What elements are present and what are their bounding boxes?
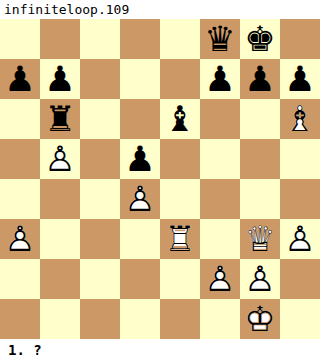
square-d2[interactable] <box>120 259 160 299</box>
piece-black-rook: ♜ <box>40 99 80 139</box>
square-g8[interactable]: ♚ <box>240 19 280 59</box>
square-h3[interactable]: ♟♙ <box>280 219 320 259</box>
square-b8[interactable] <box>40 19 80 59</box>
square-h2[interactable] <box>280 259 320 299</box>
square-b3[interactable] <box>40 219 80 259</box>
square-d3[interactable] <box>120 219 160 259</box>
square-a5[interactable] <box>0 139 40 179</box>
white-piece-outline-layer: ♔ <box>240 299 280 339</box>
square-b5[interactable]: ♟♙ <box>40 139 80 179</box>
square-c1[interactable] <box>80 299 120 339</box>
square-a8[interactable] <box>0 19 40 59</box>
square-h6[interactable]: ♝♗ <box>280 99 320 139</box>
square-e2[interactable] <box>160 259 200 299</box>
square-d8[interactable] <box>120 19 160 59</box>
square-g5[interactable] <box>240 139 280 179</box>
square-g4[interactable] <box>240 179 280 219</box>
piece-white-rook: ♜♖ <box>160 219 200 259</box>
piece-white-pawn: ♟♙ <box>120 179 160 219</box>
square-a7[interactable]: ♟ <box>0 59 40 99</box>
piece-black-bishop: ♝ <box>160 99 200 139</box>
square-f6[interactable] <box>200 99 240 139</box>
piece-white-pawn: ♟♙ <box>280 219 320 259</box>
piece-white-king: ♚♔ <box>240 299 280 339</box>
piece-white-pawn: ♟♙ <box>40 139 80 179</box>
square-e5[interactable] <box>160 139 200 179</box>
square-b4[interactable] <box>40 179 80 219</box>
square-c3[interactable] <box>80 219 120 259</box>
square-g1[interactable]: ♚♔ <box>240 299 280 339</box>
square-f7[interactable]: ♟ <box>200 59 240 99</box>
piece-white-pawn: ♟♙ <box>0 219 40 259</box>
piece-black-pawn: ♟ <box>40 59 80 99</box>
square-g2[interactable]: ♟♙ <box>240 259 280 299</box>
square-d7[interactable] <box>120 59 160 99</box>
square-e7[interactable] <box>160 59 200 99</box>
square-b7[interactable]: ♟ <box>40 59 80 99</box>
square-e8[interactable] <box>160 19 200 59</box>
white-piece-outline-layer: ♙ <box>120 179 160 219</box>
square-e1[interactable] <box>160 299 200 339</box>
piece-black-pawn: ♟ <box>120 139 160 179</box>
white-piece-outline-layer: ♖ <box>160 219 200 259</box>
page-title: infiniteloop.109 <box>0 0 320 19</box>
square-c6[interactable] <box>80 99 120 139</box>
chess-diagram-page: infiniteloop.109 ♛♚♟♟♟♟♟♜♝♝♗♟♙♟♟♙♟♙♜♖♛♕♟… <box>0 0 320 360</box>
square-d1[interactable] <box>120 299 160 339</box>
square-c7[interactable] <box>80 59 120 99</box>
square-e6[interactable]: ♝ <box>160 99 200 139</box>
square-h4[interactable] <box>280 179 320 219</box>
square-a2[interactable] <box>0 259 40 299</box>
square-g3[interactable]: ♛♕ <box>240 219 280 259</box>
square-f5[interactable] <box>200 139 240 179</box>
white-piece-outline-layer: ♙ <box>240 259 280 299</box>
square-f8[interactable]: ♛ <box>200 19 240 59</box>
square-d6[interactable] <box>120 99 160 139</box>
white-piece-outline-layer: ♙ <box>200 259 240 299</box>
square-f4[interactable] <box>200 179 240 219</box>
square-c5[interactable] <box>80 139 120 179</box>
square-d4[interactable]: ♟♙ <box>120 179 160 219</box>
square-c2[interactable] <box>80 259 120 299</box>
square-e3[interactable]: ♜♖ <box>160 219 200 259</box>
move-prompt: 1. ? <box>0 339 320 360</box>
piece-black-king: ♚ <box>240 19 280 59</box>
square-h8[interactable] <box>280 19 320 59</box>
piece-white-queen: ♛♕ <box>240 219 280 259</box>
piece-black-pawn: ♟ <box>0 59 40 99</box>
square-g7[interactable]: ♟ <box>240 59 280 99</box>
square-g6[interactable] <box>240 99 280 139</box>
square-h7[interactable]: ♟ <box>280 59 320 99</box>
chess-board: ♛♚♟♟♟♟♟♜♝♝♗♟♙♟♟♙♟♙♜♖♛♕♟♙♟♙♟♙♚♔ <box>0 19 320 339</box>
white-piece-outline-layer: ♕ <box>240 219 280 259</box>
square-f3[interactable] <box>200 219 240 259</box>
square-f1[interactable] <box>200 299 240 339</box>
square-d5[interactable]: ♟ <box>120 139 160 179</box>
white-piece-outline-layer: ♗ <box>280 99 320 139</box>
square-a3[interactable]: ♟♙ <box>0 219 40 259</box>
square-h1[interactable] <box>280 299 320 339</box>
piece-white-pawn: ♟♙ <box>240 259 280 299</box>
square-f2[interactable]: ♟♙ <box>200 259 240 299</box>
piece-black-queen: ♛ <box>200 19 240 59</box>
piece-white-bishop: ♝♗ <box>280 99 320 139</box>
square-b2[interactable] <box>40 259 80 299</box>
white-piece-outline-layer: ♙ <box>0 219 40 259</box>
square-a1[interactable] <box>0 299 40 339</box>
piece-black-pawn: ♟ <box>280 59 320 99</box>
square-b1[interactable] <box>40 299 80 339</box>
square-e4[interactable] <box>160 179 200 219</box>
piece-black-pawn: ♟ <box>200 59 240 99</box>
white-piece-outline-layer: ♙ <box>280 219 320 259</box>
square-a4[interactable] <box>0 179 40 219</box>
square-c8[interactable] <box>80 19 120 59</box>
square-a6[interactable] <box>0 99 40 139</box>
piece-white-pawn: ♟♙ <box>200 259 240 299</box>
square-h5[interactable] <box>280 139 320 179</box>
white-piece-outline-layer: ♙ <box>40 139 80 179</box>
square-c4[interactable] <box>80 179 120 219</box>
piece-black-pawn: ♟ <box>240 59 280 99</box>
square-b6[interactable]: ♜ <box>40 99 80 139</box>
